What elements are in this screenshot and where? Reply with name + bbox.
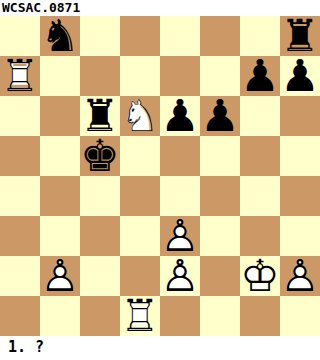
square-h1[interactable] [280,296,320,336]
square-b8[interactable]: ♞ [40,16,80,56]
piece-glyph: ♟ [160,96,200,136]
square-g7[interactable]: ♟ [240,56,280,96]
square-c5[interactable]: ♚ [80,136,120,176]
square-d1[interactable]: ♜♖ [120,296,160,336]
square-h4[interactable] [280,176,320,216]
square-c3[interactable] [80,216,120,256]
black-pawn[interactable]: ♟ [160,96,200,136]
square-d5[interactable] [120,136,160,176]
square-c1[interactable] [80,296,120,336]
square-f6[interactable]: ♟ [200,96,240,136]
square-h5[interactable] [280,136,320,176]
square-h7[interactable]: ♟ [280,56,320,96]
square-f4[interactable] [200,176,240,216]
piece-outline: ♖ [120,296,160,336]
piece-glyph: ♟ [240,56,280,96]
square-d8[interactable] [120,16,160,56]
white-rook[interactable]: ♜♖ [120,296,160,336]
square-f1[interactable] [200,296,240,336]
square-d6[interactable]: ♞♘ [120,96,160,136]
square-e8[interactable] [160,16,200,56]
square-f5[interactable] [200,136,240,176]
square-a1[interactable] [0,296,40,336]
white-king[interactable]: ♚♔ [240,256,280,296]
square-c2[interactable] [80,256,120,296]
square-d4[interactable] [120,176,160,216]
white-knight[interactable]: ♞♘ [120,96,160,136]
piece-outline: ♘ [120,96,160,136]
square-b4[interactable] [40,176,80,216]
square-g2[interactable]: ♚♔ [240,256,280,296]
square-e6[interactable]: ♟ [160,96,200,136]
white-rook[interactable]: ♜♖ [0,56,40,96]
piece-outline: ♔ [240,256,280,296]
square-b1[interactable] [40,296,80,336]
chess-diagram: WCSAC.0871 ♞♜♜♖♟♟♜♞♘♟♟♚♟♙♟♙♟♙♚♔♟♙♜♖ 1. ? [0,0,320,360]
black-pawn[interactable]: ♟ [200,96,240,136]
white-pawn[interactable]: ♟♙ [40,256,80,296]
square-g5[interactable] [240,136,280,176]
square-b6[interactable] [40,96,80,136]
square-e2[interactable]: ♟♙ [160,256,200,296]
black-pawn[interactable]: ♟ [280,56,320,96]
piece-glyph: ♟ [200,96,240,136]
piece-glyph: ♞ [40,16,80,56]
move-prompt: 1. ? [0,336,320,360]
square-a7[interactable]: ♜♖ [0,56,40,96]
piece-glyph: ♟ [280,56,320,96]
piece-outline: ♙ [40,256,80,296]
square-a5[interactable] [0,136,40,176]
piece-outline: ♙ [160,256,200,296]
square-h6[interactable] [280,96,320,136]
square-h2[interactable]: ♟♙ [280,256,320,296]
square-b7[interactable] [40,56,80,96]
square-g6[interactable] [240,96,280,136]
square-d3[interactable] [120,216,160,256]
white-pawn[interactable]: ♟♙ [160,256,200,296]
square-a4[interactable] [0,176,40,216]
square-a3[interactable] [0,216,40,256]
square-a6[interactable] [0,96,40,136]
black-knight[interactable]: ♞ [40,16,80,56]
black-pawn[interactable]: ♟ [240,56,280,96]
chess-board: ♞♜♜♖♟♟♜♞♘♟♟♚♟♙♟♙♟♙♚♔♟♙♜♖ [0,16,320,336]
square-e1[interactable] [160,296,200,336]
square-b5[interactable] [40,136,80,176]
square-c4[interactable] [80,176,120,216]
piece-outline: ♙ [280,256,320,296]
square-g4[interactable] [240,176,280,216]
black-king[interactable]: ♚ [80,136,120,176]
square-f8[interactable] [200,16,240,56]
square-c8[interactable] [80,16,120,56]
piece-outline: ♖ [0,56,40,96]
square-b2[interactable]: ♟♙ [40,256,80,296]
square-a2[interactable] [0,256,40,296]
white-pawn[interactable]: ♟♙ [280,256,320,296]
square-g1[interactable] [240,296,280,336]
square-e5[interactable] [160,136,200,176]
piece-glyph: ♚ [80,136,120,176]
square-f3[interactable] [200,216,240,256]
square-f2[interactable] [200,256,240,296]
